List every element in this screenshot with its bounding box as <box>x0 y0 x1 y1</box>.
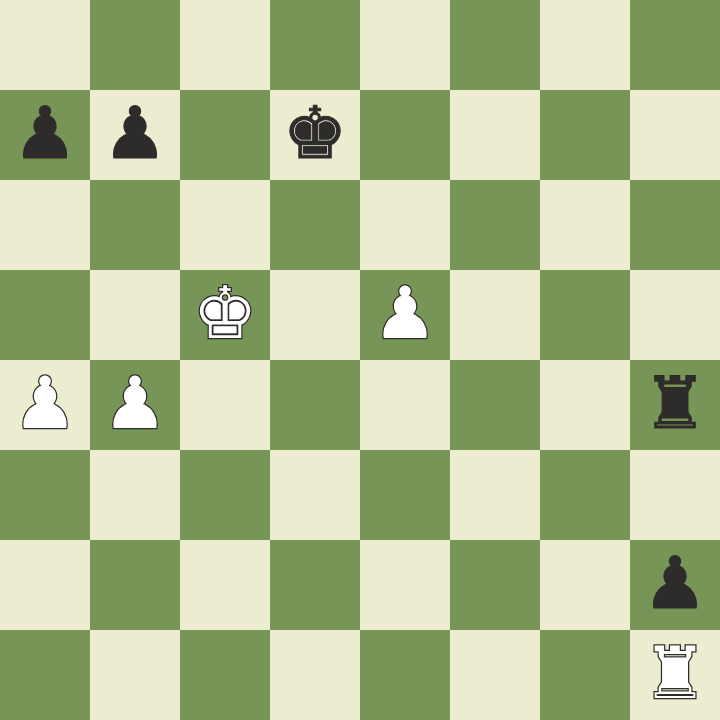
square-g3[interactable] <box>540 450 630 540</box>
square-c4[interactable] <box>180 360 270 450</box>
square-b6[interactable] <box>90 180 180 270</box>
piece-white-pawn[interactable]: ♟ <box>103 367 168 439</box>
square-d3[interactable] <box>270 450 360 540</box>
square-e7[interactable] <box>360 90 450 180</box>
square-d2[interactable] <box>270 540 360 630</box>
square-b2[interactable] <box>90 540 180 630</box>
square-e8[interactable] <box>360 0 450 90</box>
square-e4[interactable] <box>360 360 450 450</box>
square-f6[interactable] <box>450 180 540 270</box>
square-h3[interactable] <box>630 450 720 540</box>
square-c8[interactable] <box>180 0 270 90</box>
square-h5[interactable] <box>630 270 720 360</box>
square-c1[interactable] <box>180 630 270 720</box>
piece-white-rook[interactable]: ♜ <box>643 637 708 709</box>
square-b1[interactable] <box>90 630 180 720</box>
square-h1[interactable]: ♜ <box>630 630 720 720</box>
square-c2[interactable] <box>180 540 270 630</box>
square-g7[interactable] <box>540 90 630 180</box>
square-d7[interactable]: ♚ <box>270 90 360 180</box>
piece-black-pawn[interactable]: ♟ <box>643 547 708 619</box>
square-a2[interactable] <box>0 540 90 630</box>
square-a8[interactable] <box>0 0 90 90</box>
chess-board: ♟♟♚♚♟♟♟♜♟♜ <box>0 0 720 720</box>
square-f2[interactable] <box>450 540 540 630</box>
square-b4[interactable]: ♟ <box>90 360 180 450</box>
square-h8[interactable] <box>630 0 720 90</box>
piece-white-pawn[interactable]: ♟ <box>13 367 78 439</box>
square-d5[interactable] <box>270 270 360 360</box>
square-f4[interactable] <box>450 360 540 450</box>
square-h4[interactable]: ♜ <box>630 360 720 450</box>
square-e3[interactable] <box>360 450 450 540</box>
piece-black-king[interactable]: ♚ <box>283 97 348 169</box>
piece-white-pawn[interactable]: ♟ <box>373 277 438 349</box>
square-g4[interactable] <box>540 360 630 450</box>
piece-black-rook[interactable]: ♜ <box>643 367 708 439</box>
square-g2[interactable] <box>540 540 630 630</box>
square-h7[interactable] <box>630 90 720 180</box>
square-h2[interactable]: ♟ <box>630 540 720 630</box>
square-a6[interactable] <box>0 180 90 270</box>
square-g6[interactable] <box>540 180 630 270</box>
square-a7[interactable]: ♟ <box>0 90 90 180</box>
square-d8[interactable] <box>270 0 360 90</box>
square-f3[interactable] <box>450 450 540 540</box>
square-a4[interactable]: ♟ <box>0 360 90 450</box>
square-f8[interactable] <box>450 0 540 90</box>
square-c6[interactable] <box>180 180 270 270</box>
square-h6[interactable] <box>630 180 720 270</box>
square-e6[interactable] <box>360 180 450 270</box>
square-c3[interactable] <box>180 450 270 540</box>
square-g1[interactable] <box>540 630 630 720</box>
square-f7[interactable] <box>450 90 540 180</box>
square-c7[interactable] <box>180 90 270 180</box>
square-d1[interactable] <box>270 630 360 720</box>
piece-white-king[interactable]: ♚ <box>193 277 258 349</box>
square-b8[interactable] <box>90 0 180 90</box>
piece-black-pawn[interactable]: ♟ <box>13 97 78 169</box>
square-d4[interactable] <box>270 360 360 450</box>
square-f5[interactable] <box>450 270 540 360</box>
square-e2[interactable] <box>360 540 450 630</box>
square-g5[interactable] <box>540 270 630 360</box>
square-e1[interactable] <box>360 630 450 720</box>
square-b3[interactable] <box>90 450 180 540</box>
square-c5[interactable]: ♚ <box>180 270 270 360</box>
square-g8[interactable] <box>540 0 630 90</box>
square-d6[interactable] <box>270 180 360 270</box>
square-a3[interactable] <box>0 450 90 540</box>
square-a1[interactable] <box>0 630 90 720</box>
square-b7[interactable]: ♟ <box>90 90 180 180</box>
square-f1[interactable] <box>450 630 540 720</box>
square-e5[interactable]: ♟ <box>360 270 450 360</box>
square-b5[interactable] <box>90 270 180 360</box>
piece-black-pawn[interactable]: ♟ <box>103 97 168 169</box>
square-a5[interactable] <box>0 270 90 360</box>
